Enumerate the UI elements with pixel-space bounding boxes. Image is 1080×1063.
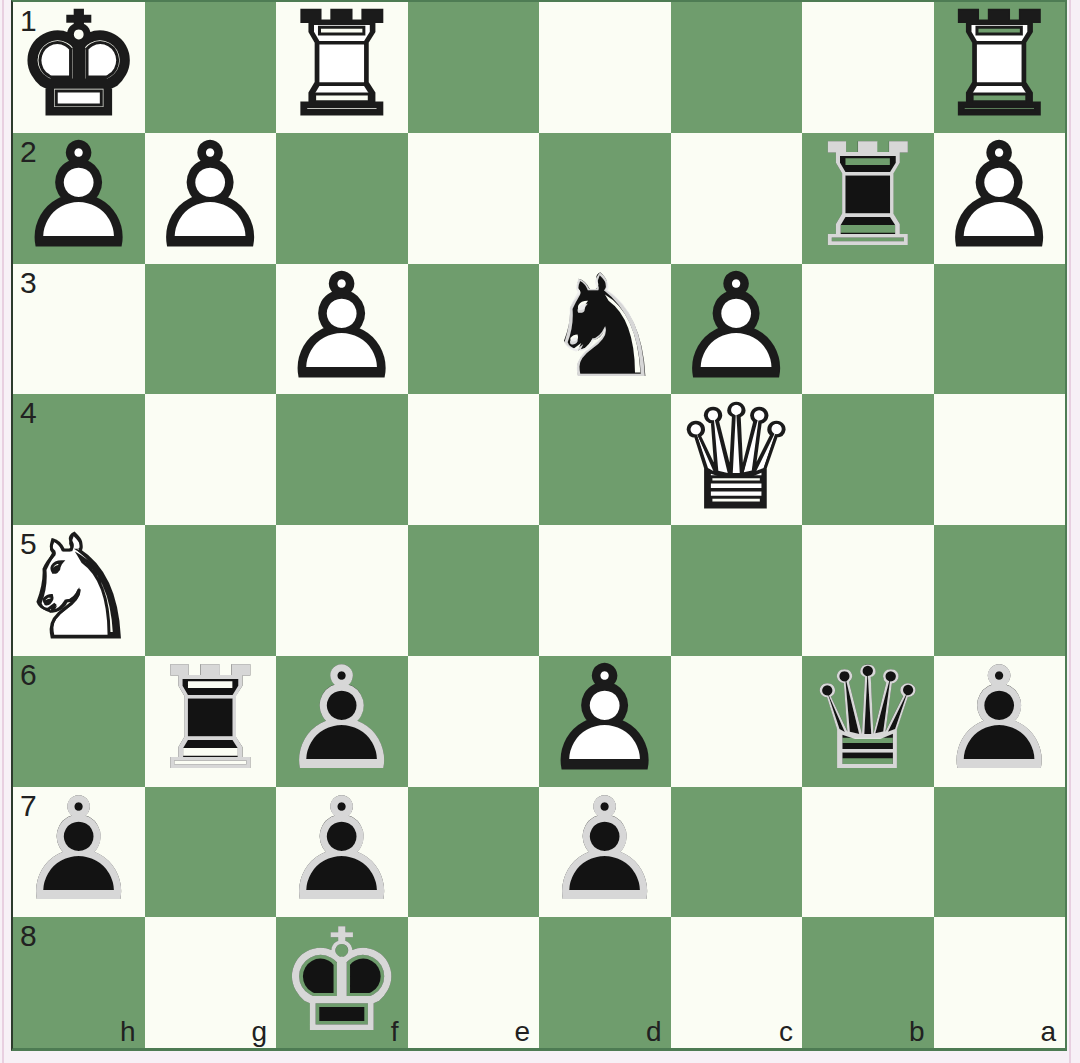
square-b5[interactable] [802,525,934,656]
piece-white-pawn[interactable]: ♟♙ [276,264,408,395]
square-e7[interactable] [408,787,540,918]
white-king-icon: ♚ [13,2,145,133]
square-a8[interactable]: a [934,917,1066,1048]
square-h2[interactable]: 2♟♙ [13,133,145,264]
piece-white-pawn[interactable]: ♟♙ [934,133,1066,264]
white-pawn-outline-icon: ♙ [671,264,803,395]
square-b3[interactable] [802,264,934,395]
white-pawn-icon: ♟ [539,656,671,787]
black-queen-outline-icon: ♕ [802,656,934,787]
square-g8[interactable]: g [145,917,277,1048]
square-a7[interactable] [934,787,1066,918]
black-pawn-outline-icon: ♙ [276,787,408,918]
white-pawn-icon: ♟ [145,133,277,264]
square-f4[interactable] [276,394,408,525]
square-f2[interactable] [276,133,408,264]
square-e3[interactable] [408,264,540,395]
white-pawn-icon: ♟ [934,133,1066,264]
square-c7[interactable] [671,787,803,918]
square-a2[interactable]: ♟♙ [934,133,1066,264]
square-f6[interactable]: ♟♙ [276,656,408,787]
piece-white-knight[interactable]: ♞♘ [13,525,145,656]
piece-black-pawn[interactable]: ♟♙ [13,787,145,918]
square-f5[interactable] [276,525,408,656]
file-label-d: d [646,1017,662,1048]
piece-white-queen[interactable]: ♛♕ [671,394,803,525]
rank-label-4: 4 [20,396,37,429]
piece-black-pawn[interactable]: ♟♙ [539,787,671,918]
black-king-icon: ♚ [276,917,408,1048]
square-h3[interactable]: 3 [13,264,145,395]
square-g3[interactable] [145,264,277,395]
chess-board-frame: 1♚♔♜♖♜♖2♟♙♟♙♜♖♟♙3♟♙♞♘♟♙4♛♕5♞♘6♜♖♟♙♟♙♛♕♟♙… [11,0,1067,1051]
file-label-g: g [251,1017,267,1048]
square-a4[interactable] [934,394,1066,525]
white-pawn-outline-icon: ♙ [539,656,671,787]
white-rook-icon: ♜ [934,2,1066,133]
square-g5[interactable] [145,525,277,656]
file-label-b: b [909,1017,925,1048]
square-e2[interactable] [408,133,540,264]
white-knight-icon: ♞ [13,525,145,656]
square-c8[interactable]: c [671,917,803,1048]
black-pawn-icon: ♟ [276,656,408,787]
piece-black-rook[interactable]: ♜♖ [802,133,934,264]
square-b2[interactable]: ♜♖ [802,133,934,264]
black-knight-icon: ♞ [539,264,671,395]
square-c3[interactable]: ♟♙ [671,264,803,395]
square-f3[interactable]: ♟♙ [276,264,408,395]
white-queen-icon: ♛ [671,394,803,525]
square-d1[interactable] [539,2,671,133]
square-b4[interactable] [802,394,934,525]
chess-board: 1♚♔♜♖♜♖2♟♙♟♙♜♖♟♙3♟♙♞♘♟♙4♛♕5♞♘6♜♖♟♙♟♙♛♕♟♙… [13,2,1065,1048]
white-knight-outline-icon: ♘ [13,525,145,656]
piece-black-pawn[interactable]: ♟♙ [276,787,408,918]
white-pawn-outline-icon: ♙ [934,133,1066,264]
white-pawn-outline-icon: ♙ [13,133,145,264]
white-pawn-outline-icon: ♙ [145,133,277,264]
square-d7[interactable]: ♟♙ [539,787,671,918]
square-a3[interactable] [934,264,1066,395]
black-king-outline-icon: ♔ [276,917,408,1048]
square-d3[interactable]: ♞♘ [539,264,671,395]
square-g6[interactable]: ♜♖ [145,656,277,787]
piece-black-pawn[interactable]: ♟♙ [276,656,408,787]
black-pawn-outline-icon: ♙ [539,787,671,918]
square-c5[interactable] [671,525,803,656]
black-rook-outline-icon: ♖ [145,656,277,787]
white-rook-outline-icon: ♖ [934,2,1066,133]
white-rook-icon: ♜ [276,2,408,133]
square-d6[interactable]: ♟♙ [539,656,671,787]
white-pawn-icon: ♟ [13,133,145,264]
square-h4[interactable]: 4 [13,394,145,525]
piece-white-pawn[interactable]: ♟♙ [671,264,803,395]
white-queen-outline-icon: ♕ [671,394,803,525]
square-c6[interactable] [671,656,803,787]
screen-edge-highlight-right [1069,0,1071,1063]
piece-white-pawn[interactable]: ♟♙ [145,133,277,264]
black-pawn-outline-icon: ♙ [13,787,145,918]
screen-edge-highlight-left [2,0,4,1063]
square-g1[interactable] [145,2,277,133]
square-h8[interactable]: 8h [13,917,145,1048]
square-a5[interactable] [934,525,1066,656]
black-pawn-icon: ♟ [276,787,408,918]
white-pawn-icon: ♟ [276,264,408,395]
piece-white-king[interactable]: ♚♔ [13,2,145,133]
square-h7[interactable]: 7♟♙ [13,787,145,918]
square-b1[interactable] [802,2,934,133]
square-e8[interactable]: e [408,917,540,1048]
piece-white-pawn[interactable]: ♟♙ [539,656,671,787]
piece-black-rook[interactable]: ♜♖ [145,656,277,787]
piece-black-king[interactable]: ♚♔ [276,917,408,1048]
black-pawn-outline-icon: ♙ [276,656,408,787]
black-rook-icon: ♜ [145,656,277,787]
square-h1[interactable]: 1♚♔ [13,2,145,133]
square-d8[interactable]: d [539,917,671,1048]
square-e5[interactable] [408,525,540,656]
piece-black-knight[interactable]: ♞♘ [539,264,671,395]
piece-black-pawn[interactable]: ♟♙ [934,656,1066,787]
square-c2[interactable] [671,133,803,264]
white-king-outline-icon: ♔ [13,2,145,133]
file-label-c: c [779,1017,793,1048]
square-c4[interactable]: ♛♕ [671,394,803,525]
square-f8[interactable]: f♚♔ [276,917,408,1048]
rank-label-8: 8 [20,919,37,952]
black-knight-outline-icon: ♘ [539,264,671,395]
square-b6[interactable]: ♛♕ [802,656,934,787]
black-rook-icon: ♜ [802,133,934,264]
white-pawn-outline-icon: ♙ [276,264,408,395]
square-g2[interactable]: ♟♙ [145,133,277,264]
square-f1[interactable]: ♜♖ [276,2,408,133]
square-e4[interactable] [408,394,540,525]
black-pawn-outline-icon: ♙ [934,656,1066,787]
square-c1[interactable] [671,2,803,133]
black-queen-icon: ♛ [802,656,934,787]
file-label-h: h [120,1017,136,1048]
square-h6[interactable]: 6 [13,656,145,787]
square-d4[interactable] [539,394,671,525]
square-d5[interactable] [539,525,671,656]
square-b8[interactable]: b [802,917,934,1048]
rank-label-3: 3 [20,266,37,299]
square-b7[interactable] [802,787,934,918]
square-e6[interactable] [408,656,540,787]
piece-white-pawn[interactable]: ♟♙ [13,133,145,264]
piece-white-rook[interactable]: ♜♖ [934,2,1066,133]
black-rook-outline-icon: ♖ [802,133,934,264]
white-rook-outline-icon: ♖ [276,2,408,133]
square-d2[interactable] [539,133,671,264]
black-pawn-icon: ♟ [13,787,145,918]
black-pawn-icon: ♟ [539,787,671,918]
file-label-e: e [514,1017,530,1048]
square-e1[interactable] [408,2,540,133]
black-pawn-icon: ♟ [934,656,1066,787]
square-g4[interactable] [145,394,277,525]
rank-label-6: 6 [20,658,37,691]
square-g7[interactable] [145,787,277,918]
piece-white-rook[interactable]: ♜♖ [276,2,408,133]
piece-black-queen[interactable]: ♛♕ [802,656,934,787]
square-a6[interactable]: ♟♙ [934,656,1066,787]
square-h5[interactable]: 5♞♘ [13,525,145,656]
file-label-f: f [391,1017,399,1048]
file-label-a: a [1040,1017,1056,1048]
white-pawn-icon: ♟ [671,264,803,395]
square-f7[interactable]: ♟♙ [276,787,408,918]
square-a1[interactable]: ♜♖ [934,2,1066,133]
